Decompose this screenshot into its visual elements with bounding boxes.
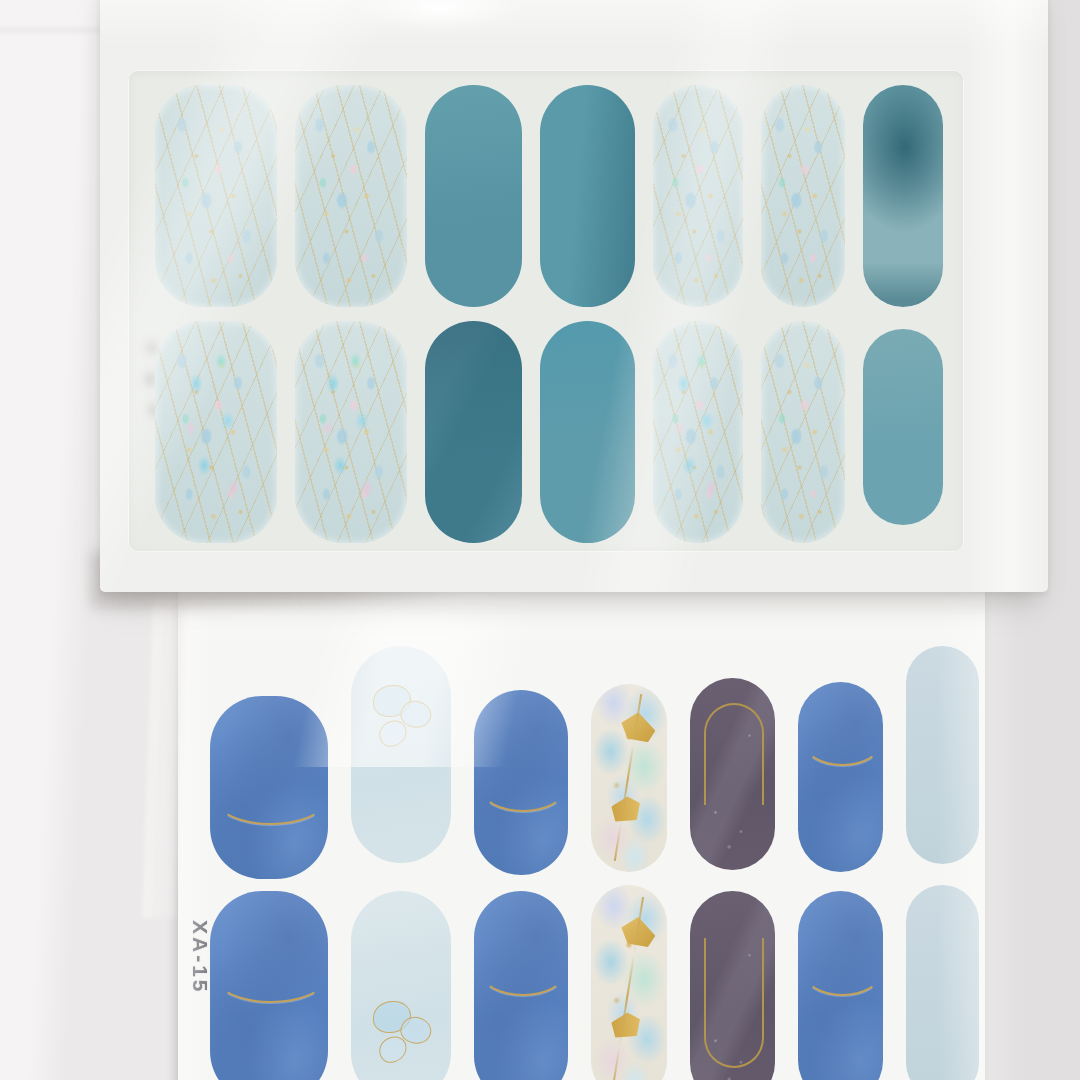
- nail-sticker-gold-glitter-opal: [155, 321, 277, 543]
- nail-sticker-gold-glitter-opal: [653, 321, 743, 543]
- gold-foil-leaf: [605, 1007, 646, 1048]
- gold-foil-leaf: [621, 712, 655, 742]
- nail-grid-bottom: [210, 660, 979, 1080]
- nail-sticker-blue-gold-swag: [210, 891, 328, 1080]
- nail-sticker-solid-teal: [863, 329, 943, 525]
- nail-sticker-pale-plain: [906, 885, 979, 1080]
- gold-swag-line: [217, 777, 325, 825]
- nail-sticker-ice-gold-cluster: [351, 646, 451, 863]
- nail-sticker-gold-glitter-opal: [295, 321, 407, 543]
- nail-sticker-opal-stones-gold: [591, 885, 667, 1080]
- nail-sticker-blue-gold-swag: [798, 682, 883, 872]
- nail-sticker-solid-teal-shaded: [425, 321, 522, 543]
- nail-sticker-blue-gold-swag: [798, 891, 883, 1080]
- nail-sticker-sheet-bottom: XA-15: [178, 592, 985, 1080]
- nail-sticker-gold-glitter-opal: [761, 85, 845, 307]
- gold-swag-line: [803, 948, 882, 996]
- nail-grid-top: [155, 85, 943, 543]
- gold-arch-line: [704, 938, 764, 1068]
- gold-foil-leaf: [621, 917, 655, 947]
- gold-swag-line: [803, 718, 882, 766]
- nail-sticker-mauve-gold-arch: [690, 678, 775, 870]
- nail-sticker-solid-teal: [540, 321, 635, 543]
- nail-sticker-gold-glitter-opal: [295, 85, 407, 307]
- gold-foil-leaf: [605, 790, 646, 831]
- nail-sticker-solid-teal: [540, 85, 635, 307]
- nail-sticker-mauve-gold-arch: [690, 891, 775, 1080]
- product-code-label: XA-15: [188, 920, 212, 1030]
- nail-sticker-gold-glitter-opal: [155, 85, 277, 307]
- nail-sticker-product-photo: { "scene": { "type": "product-photo", "s…: [0, 0, 1080, 1080]
- nail-sticker-solid-teal: [425, 85, 522, 307]
- nail-sticker-solid-teal-shaded: [863, 85, 943, 307]
- gold-swag-line: [217, 955, 325, 1003]
- nail-sticker-gold-glitter-opal: [761, 321, 845, 543]
- nail-sticker-gold-glitter-opal: [653, 85, 743, 307]
- nail-sticker-ice-gold-cluster: [351, 891, 451, 1080]
- nail-sticker-blue-gold-swag: [474, 891, 568, 1080]
- gold-swag-line: [480, 948, 567, 996]
- gold-swag-line: [480, 764, 567, 812]
- nail-sticker-pale-plain: [906, 646, 979, 864]
- nail-sticker-sheet-top: [100, 0, 1048, 592]
- nail-sticker-opal-stones-gold: [591, 684, 667, 872]
- nail-sticker-blue-gold-swag: [474, 690, 568, 875]
- gold-arch-line: [704, 703, 764, 805]
- nail-sticker-blue-gold-swag: [210, 696, 328, 879]
